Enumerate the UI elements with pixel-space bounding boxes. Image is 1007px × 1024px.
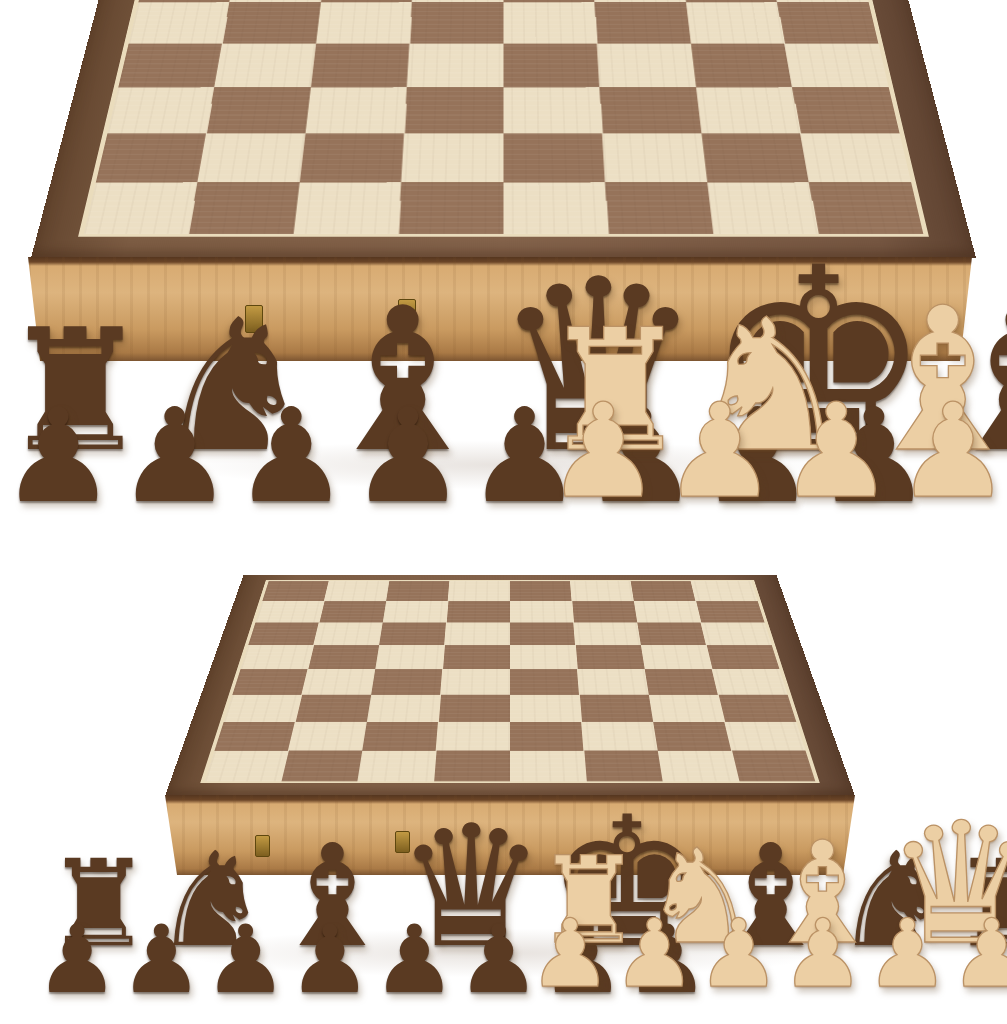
dark-pawn: ♟: [204, 913, 288, 1007]
light-pawn: ♟: [612, 907, 696, 1001]
dark-pawn: ♟: [0, 391, 117, 521]
light-pawn: ♟: [949, 907, 1007, 1001]
light-pawn: ♟: [778, 386, 895, 516]
dark-pawn-row: ♟♟♟♟♟♟♟♟: [35, 913, 490, 1007]
dark-pawn: ♟: [233, 391, 350, 521]
light-pawn-row: ♟♟♟♟♟♟♟♟: [528, 907, 968, 1001]
light-pawn: ♟: [528, 907, 612, 1001]
light-pawn: ♟: [781, 907, 865, 1001]
light-pawn: ♟: [895, 386, 1007, 516]
dark-pawn: ♟: [288, 913, 372, 1007]
light-pawn: ♟: [662, 386, 779, 516]
light-pawn: ♟: [865, 907, 949, 1001]
dark-pawn: ♟: [117, 391, 234, 521]
dark-pawn: ♟: [350, 391, 467, 521]
dark-pawn: ♟: [119, 913, 203, 1007]
checkerboard-grid: [200, 580, 820, 783]
dark-pawn: ♟: [35, 913, 119, 1007]
light-pawn: ♟: [697, 907, 781, 1001]
board-viewport: [0, 575, 1007, 796]
light-pawn-row: ♟♟♟♟♟♟♟♟: [545, 386, 1000, 516]
dark-pawn: ♟: [372, 913, 456, 1007]
light-pawn: ♟: [545, 386, 662, 516]
dark-pawn-row: ♟♟♟♟♟♟♟♟: [0, 391, 530, 521]
chess-board-lid: [165, 575, 855, 796]
checkerboard-grid: [78, 0, 929, 237]
